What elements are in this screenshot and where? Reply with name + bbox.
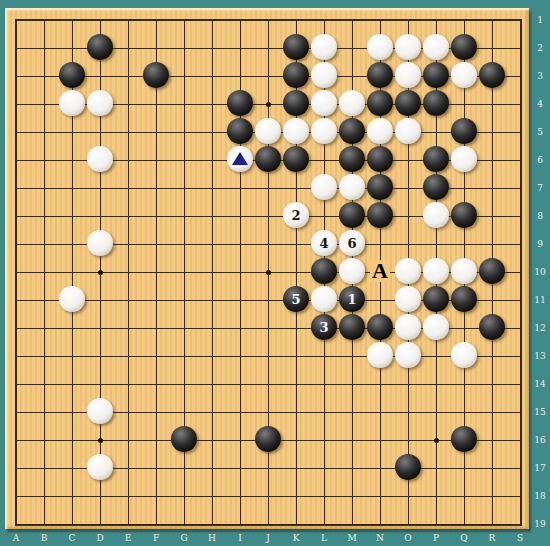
intersection-B14[interactable] [30,370,58,398]
intersection-M8[interactable] [338,202,366,230]
intersection-H17[interactable] [198,454,226,482]
intersection-B17[interactable] [30,454,58,482]
intersection-L12[interactable]: 3 [310,314,338,342]
intersection-Q4[interactable] [450,90,478,118]
intersection-A17[interactable] [2,454,30,482]
intersection-R11[interactable] [478,286,506,314]
intersection-K18[interactable] [282,482,310,510]
intersection-F9[interactable] [142,230,170,258]
board-intersections[interactable]: 246A513 [2,6,534,538]
intersection-I17[interactable] [226,454,254,482]
intersection-O10[interactable] [394,258,422,286]
intersection-O1[interactable] [394,6,422,34]
intersection-P2[interactable] [422,34,450,62]
intersection-B18[interactable] [30,482,58,510]
intersection-F17[interactable] [142,454,170,482]
intersection-E12[interactable] [114,314,142,342]
intersection-O8[interactable] [394,202,422,230]
intersection-H15[interactable] [198,398,226,426]
intersection-N4[interactable] [366,90,394,118]
intersection-F6[interactable] [142,146,170,174]
intersection-Q6[interactable] [450,146,478,174]
intersection-L16[interactable] [310,426,338,454]
intersection-L13[interactable] [310,342,338,370]
intersection-N7[interactable] [366,174,394,202]
intersection-E7[interactable] [114,174,142,202]
intersection-B12[interactable] [30,314,58,342]
intersection-L17[interactable] [310,454,338,482]
intersection-K12[interactable] [282,314,310,342]
intersection-H2[interactable] [198,34,226,62]
intersection-D15[interactable] [86,398,114,426]
intersection-G7[interactable] [170,174,198,202]
intersection-K6[interactable] [282,146,310,174]
intersection-N14[interactable] [366,370,394,398]
intersection-L9[interactable]: 4 [310,230,338,258]
intersection-F18[interactable] [142,482,170,510]
intersection-J11[interactable] [254,286,282,314]
intersection-K4[interactable] [282,90,310,118]
intersection-D1[interactable] [86,6,114,34]
intersection-P7[interactable] [422,174,450,202]
intersection-J8[interactable] [254,202,282,230]
intersection-Q8[interactable] [450,202,478,230]
intersection-P17[interactable] [422,454,450,482]
intersection-G11[interactable] [170,286,198,314]
intersection-M16[interactable] [338,426,366,454]
intersection-M6[interactable] [338,146,366,174]
intersection-E5[interactable] [114,118,142,146]
intersection-C10[interactable] [58,258,86,286]
intersection-L2[interactable] [310,34,338,62]
intersection-M3[interactable] [338,62,366,90]
intersection-M4[interactable] [338,90,366,118]
intersection-G6[interactable] [170,146,198,174]
intersection-R15[interactable] [478,398,506,426]
intersection-C15[interactable] [58,398,86,426]
intersection-E4[interactable] [114,90,142,118]
intersection-R18[interactable] [478,482,506,510]
intersection-C6[interactable] [58,146,86,174]
intersection-B13[interactable] [30,342,58,370]
intersection-K10[interactable] [282,258,310,286]
intersection-J5[interactable] [254,118,282,146]
intersection-Q7[interactable] [450,174,478,202]
intersection-D10[interactable] [86,258,114,286]
intersection-R10[interactable] [478,258,506,286]
intersection-N17[interactable] [366,454,394,482]
intersection-C14[interactable] [58,370,86,398]
intersection-E17[interactable] [114,454,142,482]
intersection-A3[interactable] [2,62,30,90]
intersection-C9[interactable] [58,230,86,258]
intersection-F15[interactable] [142,398,170,426]
intersection-R16[interactable] [478,426,506,454]
intersection-P4[interactable] [422,90,450,118]
intersection-F1[interactable] [142,6,170,34]
intersection-N6[interactable] [366,146,394,174]
intersection-K13[interactable] [282,342,310,370]
intersection-H8[interactable] [198,202,226,230]
intersection-Q11[interactable] [450,286,478,314]
intersection-N3[interactable] [366,62,394,90]
intersection-C18[interactable] [58,482,86,510]
intersection-F7[interactable] [142,174,170,202]
intersection-F3[interactable] [142,62,170,90]
intersection-F5[interactable] [142,118,170,146]
intersection-E6[interactable] [114,146,142,174]
intersection-A14[interactable] [2,370,30,398]
intersection-L18[interactable] [310,482,338,510]
intersection-D13[interactable] [86,342,114,370]
intersection-I16[interactable] [226,426,254,454]
intersection-P16[interactable] [422,426,450,454]
intersection-J6[interactable] [254,146,282,174]
intersection-H16[interactable] [198,426,226,454]
intersection-N5[interactable] [366,118,394,146]
intersection-O5[interactable] [394,118,422,146]
intersection-C12[interactable] [58,314,86,342]
intersection-Q3[interactable] [450,62,478,90]
intersection-I12[interactable] [226,314,254,342]
intersection-O15[interactable] [394,398,422,426]
intersection-C11[interactable] [58,286,86,314]
intersection-G1[interactable] [170,6,198,34]
intersection-M18[interactable] [338,482,366,510]
intersection-H13[interactable] [198,342,226,370]
intersection-B10[interactable] [30,258,58,286]
intersection-M7[interactable] [338,174,366,202]
intersection-O12[interactable] [394,314,422,342]
intersection-A15[interactable] [2,398,30,426]
intersection-I7[interactable] [226,174,254,202]
intersection-G3[interactable] [170,62,198,90]
intersection-J16[interactable] [254,426,282,454]
intersection-A18[interactable] [2,482,30,510]
intersection-O17[interactable] [394,454,422,482]
intersection-N18[interactable] [366,482,394,510]
intersection-A2[interactable] [2,34,30,62]
intersection-A5[interactable] [2,118,30,146]
intersection-J9[interactable] [254,230,282,258]
intersection-I13[interactable] [226,342,254,370]
intersection-O16[interactable] [394,426,422,454]
intersection-Q1[interactable] [450,6,478,34]
intersection-M1[interactable] [338,6,366,34]
intersection-F14[interactable] [142,370,170,398]
intersection-I18[interactable] [226,482,254,510]
intersection-H12[interactable] [198,314,226,342]
intersection-O14[interactable] [394,370,422,398]
intersection-C1[interactable] [58,6,86,34]
intersection-H11[interactable] [198,286,226,314]
intersection-I14[interactable] [226,370,254,398]
intersection-I9[interactable] [226,230,254,258]
intersection-Q16[interactable] [450,426,478,454]
intersection-A13[interactable] [2,342,30,370]
intersection-C4[interactable] [58,90,86,118]
intersection-C5[interactable] [58,118,86,146]
intersection-A12[interactable] [2,314,30,342]
intersection-D7[interactable] [86,174,114,202]
intersection-R9[interactable] [478,230,506,258]
intersection-B16[interactable] [30,426,58,454]
intersection-O18[interactable] [394,482,422,510]
intersection-C13[interactable] [58,342,86,370]
intersection-R13[interactable] [478,342,506,370]
intersection-O4[interactable] [394,90,422,118]
intersection-M15[interactable] [338,398,366,426]
intersection-H4[interactable] [198,90,226,118]
intersection-O2[interactable] [394,34,422,62]
intersection-R4[interactable] [478,90,506,118]
intersection-E13[interactable] [114,342,142,370]
intersection-M13[interactable] [338,342,366,370]
intersection-B8[interactable] [30,202,58,230]
intersection-K17[interactable] [282,454,310,482]
intersection-K14[interactable] [282,370,310,398]
intersection-P9[interactable] [422,230,450,258]
intersection-G8[interactable] [170,202,198,230]
intersection-J4[interactable] [254,90,282,118]
intersection-R5[interactable] [478,118,506,146]
intersection-A7[interactable] [2,174,30,202]
intersection-J17[interactable] [254,454,282,482]
intersection-Q18[interactable] [450,482,478,510]
intersection-R6[interactable] [478,146,506,174]
intersection-D17[interactable] [86,454,114,482]
intersection-L7[interactable] [310,174,338,202]
intersection-F2[interactable] [142,34,170,62]
intersection-G17[interactable] [170,454,198,482]
intersection-A16[interactable] [2,426,30,454]
intersection-K15[interactable] [282,398,310,426]
intersection-A8[interactable] [2,202,30,230]
intersection-Q5[interactable] [450,118,478,146]
intersection-G4[interactable] [170,90,198,118]
intersection-E3[interactable] [114,62,142,90]
intersection-N11[interactable] [366,286,394,314]
intersection-J14[interactable] [254,370,282,398]
intersection-J18[interactable] [254,482,282,510]
intersection-F13[interactable] [142,342,170,370]
intersection-E2[interactable] [114,34,142,62]
intersection-K9[interactable] [282,230,310,258]
intersection-H7[interactable] [198,174,226,202]
intersection-P11[interactable] [422,286,450,314]
intersection-C3[interactable] [58,62,86,90]
intersection-R2[interactable] [478,34,506,62]
intersection-P14[interactable] [422,370,450,398]
intersection-G13[interactable] [170,342,198,370]
intersection-G9[interactable] [170,230,198,258]
intersection-N8[interactable] [366,202,394,230]
intersection-N10[interactable]: A [366,258,394,286]
intersection-J13[interactable] [254,342,282,370]
intersection-L15[interactable] [310,398,338,426]
intersection-I5[interactable] [226,118,254,146]
intersection-J3[interactable] [254,62,282,90]
intersection-A9[interactable] [2,230,30,258]
intersection-D11[interactable] [86,286,114,314]
intersection-J12[interactable] [254,314,282,342]
intersection-B2[interactable] [30,34,58,62]
go-board[interactable]: 246A513 [5,8,529,529]
intersection-I1[interactable] [226,6,254,34]
intersection-B5[interactable] [30,118,58,146]
intersection-F11[interactable] [142,286,170,314]
intersection-E9[interactable] [114,230,142,258]
intersection-G15[interactable] [170,398,198,426]
intersection-H1[interactable] [198,6,226,34]
intersection-E15[interactable] [114,398,142,426]
intersection-B1[interactable] [30,6,58,34]
intersection-Q9[interactable] [450,230,478,258]
intersection-E1[interactable] [114,6,142,34]
intersection-E10[interactable] [114,258,142,286]
intersection-P13[interactable] [422,342,450,370]
intersection-H6[interactable] [198,146,226,174]
intersection-J7[interactable] [254,174,282,202]
intersection-B6[interactable] [30,146,58,174]
intersection-D18[interactable] [86,482,114,510]
intersection-L11[interactable] [310,286,338,314]
intersection-N13[interactable] [366,342,394,370]
intersection-B9[interactable] [30,230,58,258]
intersection-O3[interactable] [394,62,422,90]
intersection-L14[interactable] [310,370,338,398]
intersection-R7[interactable] [478,174,506,202]
intersection-O6[interactable] [394,146,422,174]
intersection-K8[interactable]: 2 [282,202,310,230]
intersection-D16[interactable] [86,426,114,454]
intersection-B4[interactable] [30,90,58,118]
intersection-B11[interactable] [30,286,58,314]
intersection-E11[interactable] [114,286,142,314]
intersection-Q14[interactable] [450,370,478,398]
intersection-J10[interactable] [254,258,282,286]
intersection-G10[interactable] [170,258,198,286]
intersection-D6[interactable] [86,146,114,174]
intersection-G16[interactable] [170,426,198,454]
intersection-F8[interactable] [142,202,170,230]
intersection-H5[interactable] [198,118,226,146]
intersection-J2[interactable] [254,34,282,62]
intersection-I4[interactable] [226,90,254,118]
intersection-G2[interactable] [170,34,198,62]
intersection-D8[interactable] [86,202,114,230]
intersection-P1[interactable] [422,6,450,34]
intersection-J1[interactable] [254,6,282,34]
intersection-H3[interactable] [198,62,226,90]
intersection-M12[interactable] [338,314,366,342]
intersection-A11[interactable] [2,286,30,314]
intersection-I8[interactable] [226,202,254,230]
intersection-K5[interactable] [282,118,310,146]
intersection-C7[interactable] [58,174,86,202]
intersection-P8[interactable] [422,202,450,230]
intersection-Q10[interactable] [450,258,478,286]
intersection-B7[interactable] [30,174,58,202]
intersection-P18[interactable] [422,482,450,510]
intersection-D5[interactable] [86,118,114,146]
intersection-O13[interactable] [394,342,422,370]
intersection-R14[interactable] [478,370,506,398]
intersection-M10[interactable] [338,258,366,286]
intersection-I6[interactable] [226,146,254,174]
intersection-G5[interactable] [170,118,198,146]
intersection-K7[interactable] [282,174,310,202]
intersection-O7[interactable] [394,174,422,202]
intersection-Q13[interactable] [450,342,478,370]
intersection-D3[interactable] [86,62,114,90]
intersection-C8[interactable] [58,202,86,230]
intersection-H10[interactable] [198,258,226,286]
intersection-H18[interactable] [198,482,226,510]
intersection-P6[interactable] [422,146,450,174]
intersection-L10[interactable] [310,258,338,286]
intersection-L1[interactable] [310,6,338,34]
intersection-F4[interactable] [142,90,170,118]
intersection-P3[interactable] [422,62,450,90]
intersection-I3[interactable] [226,62,254,90]
intersection-L6[interactable] [310,146,338,174]
intersection-K11[interactable]: 5 [282,286,310,314]
intersection-B15[interactable] [30,398,58,426]
intersection-N1[interactable] [366,6,394,34]
intersection-N2[interactable] [366,34,394,62]
intersection-R17[interactable] [478,454,506,482]
intersection-A4[interactable] [2,90,30,118]
intersection-P12[interactable] [422,314,450,342]
intersection-A6[interactable] [2,146,30,174]
intersection-K3[interactable] [282,62,310,90]
intersection-L5[interactable] [310,118,338,146]
intersection-K2[interactable] [282,34,310,62]
intersection-N9[interactable] [366,230,394,258]
intersection-M9[interactable]: 6 [338,230,366,258]
intersection-A1[interactable] [2,6,30,34]
intersection-L3[interactable] [310,62,338,90]
intersection-N16[interactable] [366,426,394,454]
intersection-E14[interactable] [114,370,142,398]
intersection-F10[interactable] [142,258,170,286]
intersection-C16[interactable] [58,426,86,454]
intersection-M14[interactable] [338,370,366,398]
intersection-R12[interactable] [478,314,506,342]
intersection-M17[interactable] [338,454,366,482]
intersection-L4[interactable] [310,90,338,118]
intersection-F16[interactable] [142,426,170,454]
intersection-R3[interactable] [478,62,506,90]
intersection-A10[interactable] [2,258,30,286]
intersection-I15[interactable] [226,398,254,426]
intersection-G18[interactable] [170,482,198,510]
intersection-K16[interactable] [282,426,310,454]
intersection-L8[interactable] [310,202,338,230]
intersection-M11[interactable]: 1 [338,286,366,314]
intersection-H9[interactable] [198,230,226,258]
intersection-E16[interactable] [114,426,142,454]
intersection-D14[interactable] [86,370,114,398]
intersection-H14[interactable] [198,370,226,398]
intersection-I2[interactable] [226,34,254,62]
intersection-R1[interactable] [478,6,506,34]
intersection-E18[interactable] [114,482,142,510]
intersection-D4[interactable] [86,90,114,118]
intersection-P15[interactable] [422,398,450,426]
intersection-G14[interactable] [170,370,198,398]
